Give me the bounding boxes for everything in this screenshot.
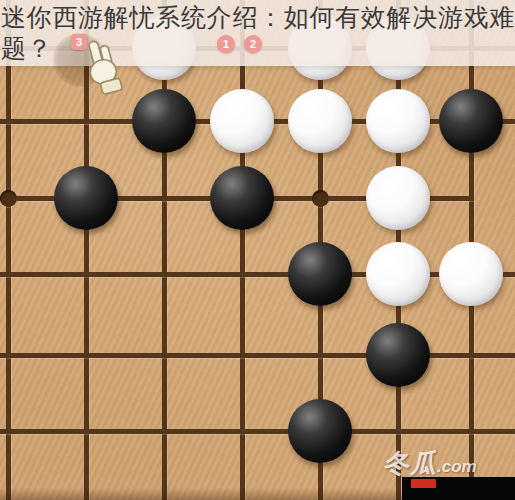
stone-black[interactable] xyxy=(210,166,274,230)
grid-line-horizontal xyxy=(0,353,515,358)
stone-white[interactable] xyxy=(210,89,274,153)
ad-black-bar xyxy=(402,477,515,500)
stone-white[interactable] xyxy=(439,242,503,306)
stone-black[interactable] xyxy=(439,89,503,153)
grid-line-horizontal xyxy=(0,429,515,434)
stone-black[interactable] xyxy=(366,323,430,387)
go-guide-screenshot: 迷你西游解忧系统介绍：如何有效解决游戏难题？ 1 2 3 冬瓜.com xyxy=(0,0,515,500)
step-badge-2: 2 xyxy=(244,35,262,53)
stone-white[interactable] xyxy=(366,166,430,230)
watermark-logo-text: 冬瓜 xyxy=(383,448,437,478)
stone-white[interactable] xyxy=(366,242,430,306)
grid-line-vertical xyxy=(6,0,11,500)
stone-black[interactable] xyxy=(132,89,196,153)
stone-white[interactable] xyxy=(288,89,352,153)
grid-line-vertical xyxy=(240,0,245,500)
stone-black[interactable] xyxy=(288,399,352,463)
step-badge-1: 1 xyxy=(217,35,235,53)
ad-red-badge xyxy=(411,479,436,488)
grid-line-horizontal xyxy=(0,272,515,277)
star-point xyxy=(312,190,329,207)
stone-black[interactable] xyxy=(288,242,352,306)
star-point xyxy=(0,190,17,207)
stone-black[interactable] xyxy=(54,166,118,230)
stone-white[interactable] xyxy=(366,89,430,153)
watermark-domain-text: .com xyxy=(437,457,477,476)
site-watermark: 冬瓜.com xyxy=(383,446,513,481)
